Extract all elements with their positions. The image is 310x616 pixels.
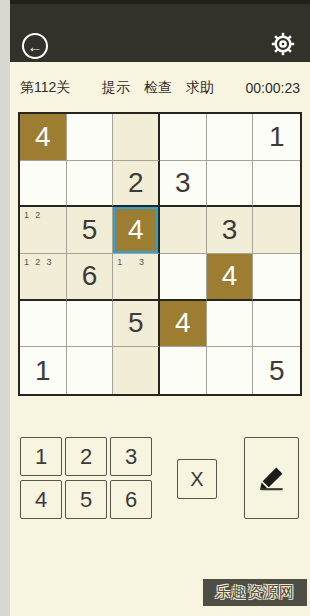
sudoku-board: 41231254312361345415 — [18, 112, 302, 396]
top-bar: ← — [10, 4, 310, 62]
cell-r3c3[interactable]: 4 — [113, 207, 160, 254]
cell-r1c6[interactable]: 1 — [253, 114, 300, 161]
cell-r4c3[interactable]: 13 — [113, 254, 160, 301]
given-digit: 6 — [82, 262, 98, 290]
cell-r3c4[interactable] — [160, 207, 207, 254]
numpad-button-1[interactable]: 1 — [20, 437, 62, 476]
given-digit: 5 — [128, 309, 144, 337]
number-pad: 1 2 3 4 5 6 — [20, 437, 152, 519]
filled-digit: 4 — [175, 309, 191, 337]
level-label: 第112关 — [20, 79, 70, 97]
cell-r5c1[interactable] — [20, 301, 67, 348]
erase-button[interactable]: X — [177, 459, 217, 499]
cell-r4c2[interactable]: 6 — [67, 254, 114, 301]
cell-r2c3[interactable]: 2 — [113, 161, 160, 208]
cell-r3c2[interactable]: 5 — [67, 207, 114, 254]
check-button[interactable]: 检查 — [144, 79, 172, 97]
numpad-button-6[interactable]: 6 — [110, 480, 152, 519]
given-digit: 5 — [269, 357, 285, 385]
cell-r5c6[interactable] — [253, 301, 300, 348]
toolbar-actions: 提示 检查 求助 — [102, 79, 214, 97]
back-button[interactable]: ← — [22, 33, 48, 59]
cell-r3c5[interactable]: 3 — [207, 207, 254, 254]
given-digit: 3 — [175, 169, 191, 197]
numpad-button-2[interactable]: 2 — [65, 437, 107, 476]
cell-r5c4[interactable]: 4 — [160, 301, 207, 348]
pencil-mode-button[interactable] — [244, 437, 299, 519]
given-digit: 2 — [128, 169, 144, 197]
watermark: 乐趣资源网 — [203, 579, 307, 606]
settings-button[interactable] — [270, 31, 296, 57]
cell-r1c4[interactable] — [160, 114, 207, 161]
numpad-button-3[interactable]: 3 — [110, 437, 152, 476]
cell-r2c5[interactable] — [207, 161, 254, 208]
cell-r5c3[interactable]: 5 — [113, 301, 160, 348]
numpad-button-5[interactable]: 5 — [65, 480, 107, 519]
toolbar: 第112关 提示 检查 求助 00:00:23 — [10, 74, 310, 102]
cell-r6c6[interactable]: 5 — [253, 347, 300, 394]
cell-r3c1[interactable]: 12 — [20, 207, 67, 254]
gear-icon — [270, 31, 296, 57]
cell-r1c2[interactable] — [67, 114, 114, 161]
cell-r6c4[interactable] — [160, 347, 207, 394]
cell-r4c4[interactable] — [160, 254, 207, 301]
cell-r6c2[interactable] — [67, 347, 114, 394]
cell-r2c1[interactable] — [20, 161, 67, 208]
given-digit: 1 — [35, 357, 51, 385]
cell-r5c5[interactable] — [207, 301, 254, 348]
timer: 00:00:23 — [245, 80, 300, 96]
given-digit: 5 — [82, 216, 98, 244]
cell-r2c6[interactable] — [253, 161, 300, 208]
pencil-notes: 123 — [24, 257, 58, 267]
given-digit: 3 — [222, 216, 238, 244]
cell-r2c2[interactable] — [67, 161, 114, 208]
given-digit: 1 — [269, 123, 285, 151]
pencil-notes: 13 — [117, 257, 150, 267]
cell-r2c4[interactable]: 3 — [160, 161, 207, 208]
app-screen: ← 第112关 提示 检查 — [10, 0, 310, 616]
filled-digit: 4 — [222, 262, 238, 290]
cell-r6c3[interactable] — [113, 347, 160, 394]
hint-button[interactable]: 提示 — [102, 79, 130, 97]
cell-r1c5[interactable] — [207, 114, 254, 161]
cell-r4c1[interactable]: 123 — [20, 254, 67, 301]
numpad-button-4[interactable]: 4 — [20, 480, 62, 519]
pencil-icon — [256, 462, 288, 494]
cell-r1c1[interactable]: 4 — [20, 114, 67, 161]
filled-digit: 4 — [128, 216, 144, 244]
cell-r5c2[interactable] — [67, 301, 114, 348]
cell-r3c6[interactable] — [253, 207, 300, 254]
cell-r6c5[interactable] — [207, 347, 254, 394]
cell-r4c6[interactable] — [253, 254, 300, 301]
cell-r4c5[interactable]: 4 — [207, 254, 254, 301]
cell-r6c1[interactable]: 1 — [20, 347, 67, 394]
back-arrow-icon: ← — [28, 39, 43, 54]
filled-digit: 4 — [35, 123, 51, 151]
help-button[interactable]: 求助 — [186, 79, 214, 97]
cell-r1c3[interactable] — [113, 114, 160, 161]
pencil-notes: 12 — [24, 210, 58, 220]
